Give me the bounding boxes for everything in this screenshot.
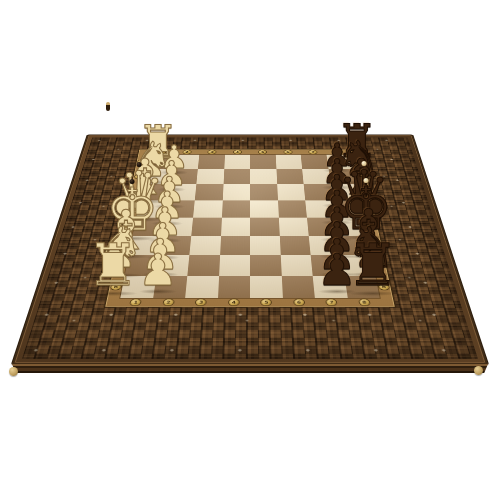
- pieces-layer: ♜♞♝♛♚♝♞♜♟♟♟♟♟♟♟♟♜♞♝♛♚♝♞♜♟♟♟♟♟♟♟♟: [0, 0, 500, 500]
- black-bishop: ♝: [333, 152, 390, 202]
- cream-finial-icon: [361, 161, 366, 166]
- black-finial-icon: [136, 162, 141, 167]
- black-knight: ♞: [332, 135, 387, 184]
- white-king: ♚: [98, 180, 166, 240]
- white-knight: ♞: [87, 219, 152, 276]
- black-pawn: ♟: [312, 248, 363, 293]
- white-pawn: ♟: [152, 157, 191, 191]
- white-pawn: ♟: [133, 248, 184, 293]
- black-pawn: ♟: [319, 139, 356, 172]
- black-pawn: ♟: [313, 233, 362, 276]
- white-bishop: ♝: [117, 152, 174, 202]
- white-rook: ♜: [132, 119, 185, 166]
- white-knight: ♞: [124, 136, 179, 185]
- white-rook: ♜: [80, 236, 147, 295]
- white-pawn: ♟: [136, 233, 185, 276]
- white-pawn: ♟: [156, 141, 193, 174]
- white-queen: ♛: [106, 163, 172, 221]
- cream-finial-icon: [364, 178, 369, 183]
- black-queen: ♛: [331, 162, 397, 220]
- black-rook: ♜: [340, 236, 407, 295]
- black-finial-icon: [130, 179, 135, 184]
- white-pawn: ♟: [146, 187, 189, 225]
- white-bishop: ♝: [94, 203, 157, 259]
- black-pawn: ♟: [318, 155, 357, 189]
- white-pawn: ♟: [139, 218, 186, 259]
- chess-set-photo: 11aa22bb33cc44dd55ee66ff77gg88hh ♜♞♝♛♚♝♞…: [0, 0, 500, 500]
- black-bishop: ♝: [337, 202, 400, 258]
- black-knight: ♞: [338, 219, 403, 276]
- black-pawn: ♟: [315, 202, 360, 242]
- black-pawn: ♟: [317, 170, 358, 206]
- black-king: ♚: [332, 179, 400, 239]
- black-pawn: ♟: [316, 186, 359, 224]
- white-pawn: ♟: [143, 202, 188, 242]
- black-pawn: ♟: [314, 217, 361, 258]
- white-pawn: ♟: [149, 172, 190, 208]
- black-rook: ♜: [331, 118, 384, 165]
